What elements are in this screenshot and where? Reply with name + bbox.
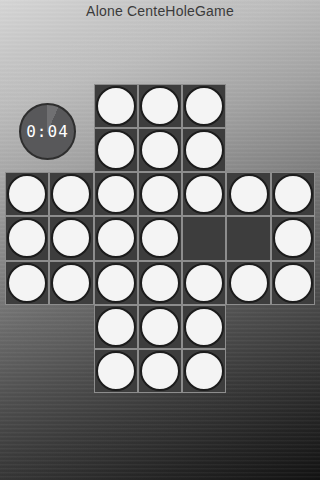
peg-r5c6[interactable]: [229, 263, 269, 303]
cell-r3c3[interactable]: [94, 172, 138, 216]
peg-r3c5[interactable]: [184, 174, 224, 214]
cell-r6c5[interactable]: [182, 305, 226, 349]
peg-r5c4[interactable]: [140, 263, 180, 303]
peg-r4c7[interactable]: [273, 218, 313, 258]
cell-r5c3[interactable]: [94, 261, 138, 305]
cell-r3c2[interactable]: [49, 172, 93, 216]
peg-r5c5[interactable]: [184, 263, 224, 303]
page-title: Alone CenteHoleGame: [0, 3, 320, 19]
cell-r5c6[interactable]: [226, 261, 270, 305]
peg-r1c3[interactable]: [96, 86, 136, 126]
cell-invalid-r1c7: [271, 84, 315, 128]
peg-r3c2[interactable]: [51, 174, 91, 214]
cell-r3c4[interactable]: [138, 172, 182, 216]
cell-invalid-r6c6: [226, 305, 270, 349]
peg-r4c3[interactable]: [96, 218, 136, 258]
cell-r5c7[interactable]: [271, 261, 315, 305]
cell-r4c2[interactable]: [49, 216, 93, 260]
cell-r2c3[interactable]: [94, 128, 138, 172]
peg-r4c4[interactable]: [140, 218, 180, 258]
cell-invalid-r2c6: [226, 128, 270, 172]
peg-r4c2[interactable]: [51, 218, 91, 258]
cell-invalid-r7c7: [271, 349, 315, 393]
cell-r4c7[interactable]: [271, 216, 315, 260]
peg-r5c3[interactable]: [96, 263, 136, 303]
cell-invalid-r1c6: [226, 84, 270, 128]
peg-r3c1[interactable]: [7, 174, 47, 214]
cell-r3c6[interactable]: [226, 172, 270, 216]
cell-invalid-r1c2: [49, 84, 93, 128]
cell-r4c1[interactable]: [5, 216, 49, 260]
cell-r7c5[interactable]: [182, 349, 226, 393]
cell-r7c3[interactable]: [94, 349, 138, 393]
cell-invalid-r6c2: [49, 305, 93, 349]
peg-r7c4[interactable]: [140, 351, 180, 391]
cell-r4c6[interactable]: [226, 216, 270, 260]
peg-r1c4[interactable]: [140, 86, 180, 126]
cell-r3c5[interactable]: [182, 172, 226, 216]
peg-r5c2[interactable]: [51, 263, 91, 303]
cell-invalid-r7c1: [5, 349, 49, 393]
cell-r1c4[interactable]: [138, 84, 182, 128]
cell-invalid-r2c7: [271, 128, 315, 172]
cell-r4c4[interactable]: [138, 216, 182, 260]
peg-r5c1[interactable]: [7, 263, 47, 303]
cell-r3c1[interactable]: [5, 172, 49, 216]
peg-r3c4[interactable]: [140, 174, 180, 214]
cell-r3c7[interactable]: [271, 172, 315, 216]
board: [5, 84, 315, 393]
peg-r6c5[interactable]: [184, 307, 224, 347]
cell-invalid-r2c2: [49, 128, 93, 172]
cell-invalid-r1c1: [5, 84, 49, 128]
cell-r1c3[interactable]: [94, 84, 138, 128]
peg-r2c3[interactable]: [96, 130, 136, 170]
peg-r5c7[interactable]: [273, 263, 313, 303]
cell-invalid-r6c1: [5, 305, 49, 349]
peg-r1c5[interactable]: [184, 86, 224, 126]
cell-r5c1[interactable]: [5, 261, 49, 305]
cell-r5c5[interactable]: [182, 261, 226, 305]
peg-r3c3[interactable]: [96, 174, 136, 214]
cell-r2c5[interactable]: [182, 128, 226, 172]
cell-r4c3[interactable]: [94, 216, 138, 260]
cell-r7c4[interactable]: [138, 349, 182, 393]
cell-r1c5[interactable]: [182, 84, 226, 128]
cell-r5c4[interactable]: [138, 261, 182, 305]
cell-r4c5[interactable]: [182, 216, 226, 260]
peg-r3c7[interactable]: [273, 174, 313, 214]
cell-invalid-r7c6: [226, 349, 270, 393]
cell-r2c4[interactable]: [138, 128, 182, 172]
cell-invalid-r6c7: [271, 305, 315, 349]
peg-r2c5[interactable]: [184, 130, 224, 170]
peg-r2c4[interactable]: [140, 130, 180, 170]
peg-r3c6[interactable]: [229, 174, 269, 214]
peg-r6c4[interactable]: [140, 307, 180, 347]
peg-r6c3[interactable]: [96, 307, 136, 347]
cell-r6c3[interactable]: [94, 305, 138, 349]
peg-r7c5[interactable]: [184, 351, 224, 391]
cell-invalid-r7c2: [49, 349, 93, 393]
peg-r7c3[interactable]: [96, 351, 136, 391]
cell-r5c2[interactable]: [49, 261, 93, 305]
peg-r4c1[interactable]: [7, 218, 47, 258]
cell-invalid-r2c1: [5, 128, 49, 172]
cell-r6c4[interactable]: [138, 305, 182, 349]
